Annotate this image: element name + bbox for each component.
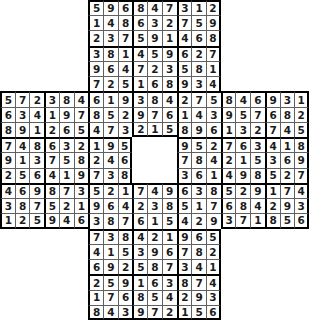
cell-r6c8[interactable]: 2 bbox=[103, 76, 118, 91]
cell-r12c6[interactable]: 9 bbox=[74, 168, 89, 183]
cell-r13c19[interactable]: 1 bbox=[265, 183, 280, 198]
cell-r8c14[interactable]: 4 bbox=[191, 107, 206, 122]
cell-r15c4[interactable]: 9 bbox=[44, 213, 59, 228]
cell-r8c19[interactable]: 6 bbox=[265, 107, 280, 122]
cell-r12c3[interactable]: 6 bbox=[29, 168, 44, 183]
cell-r10c5[interactable]: 3 bbox=[59, 137, 74, 152]
cell-r8c11[interactable]: 7 bbox=[147, 107, 162, 122]
cell-r15c14[interactable]: 2 bbox=[191, 213, 206, 228]
cell-r19c13[interactable]: 8 bbox=[177, 274, 192, 289]
cell-r11c14[interactable]: 8 bbox=[191, 152, 206, 167]
cell-r11c18[interactable]: 5 bbox=[250, 152, 265, 167]
cell-r13c6[interactable]: 3 bbox=[74, 183, 89, 198]
cell-r6c11[interactable]: 6 bbox=[147, 76, 162, 91]
cell-r21c15[interactable]: 6 bbox=[206, 305, 221, 320]
cell-r13c12[interactable]: 9 bbox=[162, 183, 177, 198]
cell-r9c13[interactable]: 8 bbox=[177, 122, 192, 137]
cell-r19c14[interactable]: 7 bbox=[191, 274, 206, 289]
cell-r16c7[interactable]: 7 bbox=[88, 229, 103, 244]
cell-r17c11[interactable]: 9 bbox=[147, 244, 162, 259]
cell-r9c17[interactable]: 3 bbox=[235, 122, 250, 137]
cell-r9c18[interactable]: 2 bbox=[250, 122, 265, 137]
empty-space bbox=[265, 229, 280, 244]
cell-r2c14[interactable]: 5 bbox=[191, 15, 206, 30]
cell-r19c12[interactable]: 3 bbox=[162, 274, 177, 289]
cell-r10c14[interactable]: 5 bbox=[191, 137, 206, 152]
cell-r6c15[interactable]: 4 bbox=[206, 76, 221, 91]
cell-r11c20[interactable]: 6 bbox=[280, 152, 295, 167]
cell-r17c15[interactable]: 2 bbox=[206, 244, 221, 259]
cell-r14c2[interactable]: 8 bbox=[15, 198, 30, 213]
cell-r1c12[interactable]: 7 bbox=[162, 0, 177, 15]
cell-r15c16[interactable]: 3 bbox=[221, 213, 236, 228]
cell-r2c7[interactable]: 1 bbox=[88, 15, 103, 30]
cell-r4c7[interactable]: 3 bbox=[88, 46, 103, 61]
cell-r12c15[interactable]: 1 bbox=[206, 168, 221, 183]
cell-r5c11[interactable]: 2 bbox=[147, 61, 162, 76]
cell-r11c13[interactable]: 7 bbox=[177, 152, 192, 167]
cell-r9c9[interactable]: 3 bbox=[118, 122, 133, 137]
cell-r21c10[interactable]: 9 bbox=[132, 305, 147, 320]
cell-r20c7[interactable]: 1 bbox=[88, 290, 103, 305]
cell-r3c11[interactable]: 9 bbox=[147, 30, 162, 45]
cell-r17c8[interactable]: 1 bbox=[103, 244, 118, 259]
cell-r21c11[interactable]: 7 bbox=[147, 305, 162, 320]
cell-r9c6[interactable]: 5 bbox=[74, 122, 89, 137]
cell-r18c8[interactable]: 9 bbox=[103, 259, 118, 274]
empty-space bbox=[0, 46, 15, 61]
cell-r9c21[interactable]: 5 bbox=[294, 122, 309, 137]
cell-r8c3[interactable]: 4 bbox=[29, 107, 44, 122]
cell-r20c9[interactable]: 6 bbox=[118, 290, 133, 305]
cell-r12c7[interactable]: 7 bbox=[88, 168, 103, 183]
cell-r1c7[interactable]: 5 bbox=[88, 0, 103, 15]
cell-r5c10[interactable]: 7 bbox=[132, 61, 147, 76]
cell-r10c4[interactable]: 6 bbox=[44, 137, 59, 152]
cell-r8c16[interactable]: 9 bbox=[221, 107, 236, 122]
cell-r12c1[interactable]: 2 bbox=[0, 168, 15, 183]
cell-r21c12[interactable]: 2 bbox=[162, 305, 177, 320]
cell-r9c4[interactable]: 2 bbox=[44, 122, 59, 137]
cell-r9c7[interactable]: 4 bbox=[88, 122, 103, 137]
cell-r9c3[interactable]: 1 bbox=[29, 122, 44, 137]
cell-r10c18[interactable]: 3 bbox=[250, 137, 265, 152]
cell-r21c14[interactable]: 5 bbox=[191, 305, 206, 320]
cell-r17c12[interactable]: 6 bbox=[162, 244, 177, 259]
cell-r5c13[interactable]: 5 bbox=[177, 61, 192, 76]
cell-r11c9[interactable]: 6 bbox=[118, 152, 133, 167]
cell-r10c6[interactable]: 2 bbox=[74, 137, 89, 152]
cell-r8c17[interactable]: 5 bbox=[235, 107, 250, 122]
cell-r15c13[interactable]: 4 bbox=[177, 213, 192, 228]
cell-r7c13[interactable]: 2 bbox=[177, 91, 192, 106]
cell-r20c8[interactable]: 7 bbox=[103, 290, 118, 305]
cell-r6c9[interactable]: 5 bbox=[118, 76, 133, 91]
cell-r7c10[interactable]: 3 bbox=[132, 91, 147, 106]
cell-r18c9[interactable]: 2 bbox=[118, 259, 133, 274]
cell-r9c12[interactable]: 5 bbox=[162, 122, 177, 137]
cell-r10c1[interactable]: 7 bbox=[0, 137, 15, 152]
cell-r6c10[interactable]: 1 bbox=[132, 76, 147, 91]
cell-r15c2[interactable]: 2 bbox=[15, 213, 30, 228]
cell-r9c8[interactable]: 7 bbox=[103, 122, 118, 137]
cell-r1c10[interactable]: 8 bbox=[132, 0, 147, 15]
cell-r8c10[interactable]: 9 bbox=[132, 107, 147, 122]
cell-r8c8[interactable]: 5 bbox=[103, 107, 118, 122]
cell-r11c21[interactable]: 9 bbox=[294, 152, 309, 167]
cell-r21c8[interactable]: 4 bbox=[103, 305, 118, 320]
empty-space bbox=[29, 290, 44, 305]
cell-r20c13[interactable]: 2 bbox=[177, 290, 192, 305]
empty-space bbox=[74, 15, 89, 30]
cell-r13c3[interactable]: 9 bbox=[29, 183, 44, 198]
cell-r2c13[interactable]: 7 bbox=[177, 15, 192, 30]
cell-r8c18[interactable]: 7 bbox=[250, 107, 265, 122]
cell-r16c9[interactable]: 8 bbox=[118, 229, 133, 244]
cell-r8c2[interactable]: 3 bbox=[15, 107, 30, 122]
cell-r16c13[interactable]: 9 bbox=[177, 229, 192, 244]
cell-r7c7[interactable]: 6 bbox=[88, 91, 103, 106]
cell-r7c5[interactable]: 8 bbox=[59, 91, 74, 106]
cell-r12c20[interactable]: 2 bbox=[280, 168, 295, 183]
empty-space bbox=[15, 76, 30, 91]
cell-r18c12[interactable]: 7 bbox=[162, 259, 177, 274]
cell-r7c4[interactable]: 3 bbox=[44, 91, 59, 106]
cell-r1c11[interactable]: 4 bbox=[147, 0, 162, 15]
cell-r12c18[interactable]: 8 bbox=[250, 168, 265, 183]
cell-r8c6[interactable]: 7 bbox=[74, 107, 89, 122]
cell-r1c14[interactable]: 1 bbox=[191, 0, 206, 15]
cell-r5c7[interactable]: 9 bbox=[88, 61, 103, 76]
cell-r7c3[interactable]: 2 bbox=[29, 91, 44, 106]
cell-r14c1[interactable]: 3 bbox=[0, 198, 15, 213]
cell-r8c5[interactable]: 9 bbox=[59, 107, 74, 122]
cell-r9c5[interactable]: 6 bbox=[59, 122, 74, 137]
cell-r10c3[interactable]: 8 bbox=[29, 137, 44, 152]
cell-r19c7[interactable]: 2 bbox=[88, 274, 103, 289]
cell-r19c15[interactable]: 4 bbox=[206, 274, 221, 289]
cell-r6c13[interactable]: 9 bbox=[177, 76, 192, 91]
cell-r12c17[interactable]: 9 bbox=[235, 168, 250, 183]
cell-r19c10[interactable]: 1 bbox=[132, 274, 147, 289]
cell-r11c2[interactable]: 1 bbox=[15, 152, 30, 167]
cell-r12c4[interactable]: 4 bbox=[44, 168, 59, 183]
cell-r19c9[interactable]: 9 bbox=[118, 274, 133, 289]
cell-r9c19[interactable]: 7 bbox=[265, 122, 280, 137]
cell-r7c9[interactable]: 9 bbox=[118, 91, 133, 106]
cell-r13c16[interactable]: 5 bbox=[221, 183, 236, 198]
cell-r10c21[interactable]: 8 bbox=[294, 137, 309, 152]
cell-r13c21[interactable]: 4 bbox=[294, 183, 309, 198]
cell-r13c20[interactable]: 7 bbox=[280, 183, 295, 198]
cell-r11c6[interactable]: 8 bbox=[74, 152, 89, 167]
cell-r7c14[interactable]: 7 bbox=[191, 91, 206, 106]
cell-r3c15[interactable]: 8 bbox=[206, 30, 221, 45]
cell-r11c5[interactable]: 5 bbox=[59, 152, 74, 167]
cell-r17c13[interactable]: 7 bbox=[177, 244, 192, 259]
cell-r17c7[interactable]: 4 bbox=[88, 244, 103, 259]
cell-r20c14[interactable]: 9 bbox=[191, 290, 206, 305]
cell-r14c18[interactable]: 4 bbox=[250, 198, 265, 213]
cell-r16c15[interactable]: 5 bbox=[206, 229, 221, 244]
empty-space bbox=[221, 61, 236, 76]
cell-r4c15[interactable]: 7 bbox=[206, 46, 221, 61]
cell-r1c9[interactable]: 6 bbox=[118, 0, 133, 15]
cell-r10c15[interactable]: 2 bbox=[206, 137, 221, 152]
cell-r18c13[interactable]: 3 bbox=[177, 259, 192, 274]
cell-r7c6[interactable]: 4 bbox=[74, 91, 89, 106]
cell-r7c1[interactable]: 5 bbox=[0, 91, 15, 106]
cell-r7c19[interactable]: 9 bbox=[265, 91, 280, 106]
cell-r9c2[interactable]: 9 bbox=[15, 122, 30, 137]
cell-r18c10[interactable]: 5 bbox=[132, 259, 147, 274]
cell-r14c12[interactable]: 8 bbox=[162, 198, 177, 213]
cell-r12c9[interactable]: 8 bbox=[118, 168, 133, 183]
cell-r9c15[interactable]: 6 bbox=[206, 122, 221, 137]
cell-r8c7[interactable]: 8 bbox=[88, 107, 103, 122]
cell-r12c14[interactable]: 6 bbox=[191, 168, 206, 183]
cell-r2c15[interactable]: 9 bbox=[206, 15, 221, 30]
cell-r15c6[interactable]: 6 bbox=[74, 213, 89, 228]
cell-r16c14[interactable]: 6 bbox=[191, 229, 206, 244]
cell-r10c20[interactable]: 1 bbox=[280, 137, 295, 152]
cell-r11c19[interactable]: 3 bbox=[265, 152, 280, 167]
cell-r2c9[interactable]: 8 bbox=[118, 15, 133, 30]
cell-r16c11[interactable]: 2 bbox=[147, 229, 162, 244]
cell-r8c15[interactable]: 3 bbox=[206, 107, 221, 122]
cell-r7c20[interactable]: 3 bbox=[280, 91, 295, 106]
cell-r12c5[interactable]: 1 bbox=[59, 168, 74, 183]
cell-r9c10[interactable]: 2 bbox=[132, 122, 147, 137]
cell-r7c12[interactable]: 4 bbox=[162, 91, 177, 106]
cell-r7c11[interactable]: 8 bbox=[147, 91, 162, 106]
cell-r13c13[interactable]: 6 bbox=[177, 183, 192, 198]
cell-r4c8[interactable]: 8 bbox=[103, 46, 118, 61]
empty-space bbox=[132, 152, 147, 167]
cell-r3c7[interactable]: 2 bbox=[88, 30, 103, 45]
cell-r13c14[interactable]: 3 bbox=[191, 183, 206, 198]
empty-space bbox=[235, 15, 250, 30]
cell-r3c8[interactable]: 3 bbox=[103, 30, 118, 45]
cell-r3c14[interactable]: 6 bbox=[191, 30, 206, 45]
cell-r5c12[interactable]: 3 bbox=[162, 61, 177, 76]
cell-r15c1[interactable]: 1 bbox=[0, 213, 15, 228]
cell-r5c9[interactable]: 4 bbox=[118, 61, 133, 76]
cell-r13c8[interactable]: 2 bbox=[103, 183, 118, 198]
cell-r15c11[interactable]: 1 bbox=[147, 213, 162, 228]
cell-r7c17[interactable]: 4 bbox=[235, 91, 250, 106]
cell-r14c10[interactable]: 2 bbox=[132, 198, 147, 213]
cell-r14c8[interactable]: 6 bbox=[103, 198, 118, 213]
cell-r15c17[interactable]: 7 bbox=[235, 213, 250, 228]
cell-r4c11[interactable]: 5 bbox=[147, 46, 162, 61]
cell-r7c18[interactable]: 6 bbox=[250, 91, 265, 106]
cell-r4c14[interactable]: 2 bbox=[191, 46, 206, 61]
cell-r11c1[interactable]: 9 bbox=[0, 152, 15, 167]
cell-r16c8[interactable]: 3 bbox=[103, 229, 118, 244]
cell-r11c8[interactable]: 4 bbox=[103, 152, 118, 167]
cell-r9c20[interactable]: 4 bbox=[280, 122, 295, 137]
cell-r14c4[interactable]: 5 bbox=[44, 198, 59, 213]
cell-r14c14[interactable]: 1 bbox=[191, 198, 206, 213]
empty-space bbox=[250, 274, 265, 289]
cell-r12c13[interactable]: 3 bbox=[177, 168, 192, 183]
cell-r19c11[interactable]: 6 bbox=[147, 274, 162, 289]
cell-r20c12[interactable]: 4 bbox=[162, 290, 177, 305]
cell-r13c10[interactable]: 7 bbox=[132, 183, 147, 198]
cell-r7c16[interactable]: 8 bbox=[221, 91, 236, 106]
cell-r13c17[interactable]: 2 bbox=[235, 183, 250, 198]
cell-r11c16[interactable]: 2 bbox=[221, 152, 236, 167]
cell-r15c5[interactable]: 4 bbox=[59, 213, 74, 228]
cell-r13c7[interactable]: 5 bbox=[88, 183, 103, 198]
cell-r7c21[interactable]: 1 bbox=[294, 91, 309, 106]
cell-r21c7[interactable]: 8 bbox=[88, 305, 103, 320]
cell-r15c8[interactable]: 8 bbox=[103, 213, 118, 228]
cell-r5c14[interactable]: 8 bbox=[191, 61, 206, 76]
cell-r11c17[interactable]: 1 bbox=[235, 152, 250, 167]
cell-r8c4[interactable]: 1 bbox=[44, 107, 59, 122]
cell-r14c20[interactable]: 9 bbox=[280, 198, 295, 213]
cell-r9c11[interactable]: 1 bbox=[147, 122, 162, 137]
cell-r14c17[interactable]: 8 bbox=[235, 198, 250, 213]
cell-r2c10[interactable]: 6 bbox=[132, 15, 147, 30]
cell-r15c18[interactable]: 1 bbox=[250, 213, 265, 228]
cell-r16c12[interactable]: 1 bbox=[162, 229, 177, 244]
cell-r1c15[interactable]: 2 bbox=[206, 0, 221, 15]
cell-r15c7[interactable]: 3 bbox=[88, 213, 103, 228]
cell-r1c13[interactable]: 3 bbox=[177, 0, 192, 15]
cell-r21c9[interactable]: 3 bbox=[118, 305, 133, 320]
cell-r17c14[interactable]: 8 bbox=[191, 244, 206, 259]
cell-r1c8[interactable]: 9 bbox=[103, 0, 118, 15]
cell-r10c17[interactable]: 6 bbox=[235, 137, 250, 152]
cell-r15c10[interactable]: 6 bbox=[132, 213, 147, 228]
cell-r13c5[interactable]: 7 bbox=[59, 183, 74, 198]
cell-r18c14[interactable]: 4 bbox=[191, 259, 206, 274]
cell-r4c9[interactable]: 1 bbox=[118, 46, 133, 61]
cell-r8c9[interactable]: 2 bbox=[118, 107, 133, 122]
cell-r10c7[interactable]: 1 bbox=[88, 137, 103, 152]
cell-r15c3[interactable]: 5 bbox=[29, 213, 44, 228]
cell-r10c2[interactable]: 4 bbox=[15, 137, 30, 152]
cell-r12c8[interactable]: 3 bbox=[103, 168, 118, 183]
cell-r13c9[interactable]: 1 bbox=[118, 183, 133, 198]
cell-r15c15[interactable]: 9 bbox=[206, 213, 221, 228]
cell-r5c8[interactable]: 6 bbox=[103, 61, 118, 76]
cell-r11c7[interactable]: 2 bbox=[88, 152, 103, 167]
cell-r15c21[interactable]: 6 bbox=[294, 213, 309, 228]
cell-r2c8[interactable]: 4 bbox=[103, 15, 118, 30]
cell-r8c1[interactable]: 6 bbox=[0, 107, 15, 122]
cell-r14c7[interactable]: 9 bbox=[88, 198, 103, 213]
cell-r18c7[interactable]: 6 bbox=[88, 259, 103, 274]
cell-r20c11[interactable]: 5 bbox=[147, 290, 162, 305]
cell-r11c3[interactable]: 3 bbox=[29, 152, 44, 167]
cell-r14c16[interactable]: 6 bbox=[221, 198, 236, 213]
cell-r4c13[interactable]: 6 bbox=[177, 46, 192, 61]
cell-r11c4[interactable]: 7 bbox=[44, 152, 59, 167]
cell-r13c15[interactable]: 8 bbox=[206, 183, 221, 198]
cell-r13c4[interactable]: 8 bbox=[44, 183, 59, 198]
cell-r7c15[interactable]: 5 bbox=[206, 91, 221, 106]
cell-r10c13[interactable]: 9 bbox=[177, 137, 192, 152]
cell-r15c20[interactable]: 5 bbox=[280, 213, 295, 228]
cell-r8c13[interactable]: 1 bbox=[177, 107, 192, 122]
empty-space bbox=[294, 290, 309, 305]
empty-space bbox=[147, 168, 162, 183]
cell-r10c8[interactable]: 9 bbox=[103, 137, 118, 152]
cell-r6c12[interactable]: 8 bbox=[162, 76, 177, 91]
cell-r13c1[interactable]: 4 bbox=[0, 183, 15, 198]
cell-r12c16[interactable]: 4 bbox=[221, 168, 236, 183]
cell-r14c15[interactable]: 7 bbox=[206, 198, 221, 213]
cell-r14c3[interactable]: 7 bbox=[29, 198, 44, 213]
cell-r14c5[interactable]: 2 bbox=[59, 198, 74, 213]
cell-r12c19[interactable]: 5 bbox=[265, 168, 280, 183]
cell-r3c13[interactable]: 4 bbox=[177, 30, 192, 45]
cell-r8c12[interactable]: 6 bbox=[162, 107, 177, 122]
cell-r13c2[interactable]: 6 bbox=[15, 183, 30, 198]
cell-r7c8[interactable]: 1 bbox=[103, 91, 118, 106]
cell-r17c9[interactable]: 5 bbox=[118, 244, 133, 259]
cell-r17c10[interactable]: 3 bbox=[132, 244, 147, 259]
cell-r4c10[interactable]: 4 bbox=[132, 46, 147, 61]
cell-r5c15[interactable]: 1 bbox=[206, 61, 221, 76]
cell-r6c14[interactable]: 3 bbox=[191, 76, 206, 91]
cell-r16c10[interactable]: 4 bbox=[132, 229, 147, 244]
cell-r2c12[interactable]: 2 bbox=[162, 15, 177, 30]
cell-r13c11[interactable]: 4 bbox=[147, 183, 162, 198]
cell-r9c1[interactable]: 8 bbox=[0, 122, 15, 137]
cell-r18c15[interactable]: 1 bbox=[206, 259, 221, 274]
cell-r19c8[interactable]: 5 bbox=[103, 274, 118, 289]
cell-r8c20[interactable]: 8 bbox=[280, 107, 295, 122]
cell-r20c15[interactable]: 3 bbox=[206, 290, 221, 305]
cell-r3c10[interactable]: 5 bbox=[132, 30, 147, 45]
cell-r14c9[interactable]: 4 bbox=[118, 198, 133, 213]
cell-r8c21[interactable]: 2 bbox=[294, 107, 309, 122]
cell-r15c19[interactable]: 8 bbox=[265, 213, 280, 228]
cell-r6c7[interactable]: 7 bbox=[88, 76, 103, 91]
cell-r9c16[interactable]: 1 bbox=[221, 122, 236, 137]
cell-r3c12[interactable]: 1 bbox=[162, 30, 177, 45]
cell-r4c12[interactable]: 9 bbox=[162, 46, 177, 61]
cell-r11c15[interactable]: 4 bbox=[206, 152, 221, 167]
cell-r2c11[interactable]: 3 bbox=[147, 15, 162, 30]
cell-r12c21[interactable]: 7 bbox=[294, 168, 309, 183]
cell-r20c10[interactable]: 8 bbox=[132, 290, 147, 305]
cell-r14c6[interactable]: 1 bbox=[74, 198, 89, 213]
cell-r13c18[interactable]: 9 bbox=[250, 183, 265, 198]
cell-r18c11[interactable]: 8 bbox=[147, 259, 162, 274]
cell-r14c19[interactable]: 2 bbox=[265, 198, 280, 213]
empty-space bbox=[44, 30, 59, 45]
cell-r3c9[interactable]: 7 bbox=[118, 30, 133, 45]
cell-r9c14[interactable]: 9 bbox=[191, 122, 206, 137]
cell-r12c2[interactable]: 5 bbox=[15, 168, 30, 183]
cell-r14c13[interactable]: 5 bbox=[177, 198, 192, 213]
cell-r15c12[interactable]: 5 bbox=[162, 213, 177, 228]
cell-r14c11[interactable]: 3 bbox=[147, 198, 162, 213]
cell-r21c13[interactable]: 1 bbox=[177, 305, 192, 320]
cell-r10c16[interactable]: 7 bbox=[221, 137, 236, 152]
cell-r14c21[interactable]: 3 bbox=[294, 198, 309, 213]
cell-r10c9[interactable]: 5 bbox=[118, 137, 133, 152]
cell-r15c9[interactable]: 7 bbox=[118, 213, 133, 228]
cell-r10c19[interactable]: 4 bbox=[265, 137, 280, 152]
cell-r7c2[interactable]: 7 bbox=[15, 91, 30, 106]
